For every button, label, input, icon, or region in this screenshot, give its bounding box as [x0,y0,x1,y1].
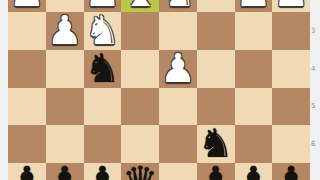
piece-white-pawn[interactable]: ♟ [272,0,310,12]
square-b7[interactable]: ♟ [235,163,273,180]
square-e2[interactable]: ♝ [121,0,159,12]
piece-white-pawn[interactable]: ♟ [159,50,197,88]
square-b3[interactable] [235,12,273,50]
board-margin-left [0,0,8,180]
square-g3[interactable]: ♟ [46,12,84,50]
square-a2[interactable]: ♟ [272,0,310,12]
square-a5[interactable] [272,88,310,126]
square-d6[interactable] [159,125,197,163]
piece-black-pawn[interactable]: ♟ [197,163,235,180]
square-d4[interactable]: ♟ [159,50,197,88]
square-h2[interactable]: ♟ [8,0,46,12]
rank-label-6: 6 [311,140,319,149]
square-e3[interactable] [121,12,159,50]
square-f5[interactable] [84,88,122,126]
square-d2[interactable]: ♞ [159,0,197,12]
square-d5[interactable] [159,88,197,126]
square-e4[interactable] [121,50,159,88]
square-a3[interactable] [272,12,310,50]
square-h3[interactable] [8,12,46,50]
square-h4[interactable] [8,50,46,88]
square-b5[interactable] [235,88,273,126]
square-a7[interactable]: ♟ [272,163,310,180]
piece-white-pawn[interactable]: ♟ [235,0,273,12]
square-e7[interactable]: ♛ [121,163,159,180]
piece-black-pawn[interactable]: ♟ [8,163,46,180]
square-a4[interactable] [272,50,310,88]
piece-black-knight[interactable]: ♞ [84,50,122,88]
square-g7[interactable]: ♟ [46,163,84,180]
piece-black-pawn[interactable]: ♟ [272,163,310,180]
piece-black-pawn[interactable]: ♟ [84,163,122,180]
screenshot-root: ♟♟♝♞♟♟♟♞♞♟♞♟♟♟♛♟♟♟ 3456 [0,0,320,180]
piece-white-knight[interactable]: ♞ [159,0,197,12]
square-g4[interactable] [46,50,84,88]
piece-white-pawn[interactable]: ♟ [8,0,46,12]
square-c3[interactable] [197,12,235,50]
square-d7[interactable] [159,163,197,180]
square-c7[interactable]: ♟ [197,163,235,180]
piece-black-queen[interactable]: ♛ [121,163,159,180]
square-g5[interactable] [46,88,84,126]
square-e5[interactable] [121,88,159,126]
square-c2[interactable] [197,0,235,12]
rank-label-3: 3 [311,27,319,36]
piece-white-pawn[interactable]: ♟ [46,12,84,50]
square-c4[interactable] [197,50,235,88]
piece-black-pawn[interactable]: ♟ [235,163,273,180]
square-f4[interactable]: ♞ [84,50,122,88]
square-h7[interactable]: ♟ [8,163,46,180]
piece-black-pawn[interactable]: ♟ [46,163,84,180]
rank-label-4: 4 [311,65,319,74]
chess-board[interactable]: ♟♟♝♞♟♟♟♞♞♟♞♟♟♟♛♟♟♟ [8,0,310,180]
piece-white-bishop[interactable]: ♝ [121,0,159,12]
square-h5[interactable] [8,88,46,126]
square-f7[interactable]: ♟ [84,163,122,180]
square-b2[interactable]: ♟ [235,0,273,12]
rank-label-5: 5 [311,102,319,111]
square-b4[interactable] [235,50,273,88]
